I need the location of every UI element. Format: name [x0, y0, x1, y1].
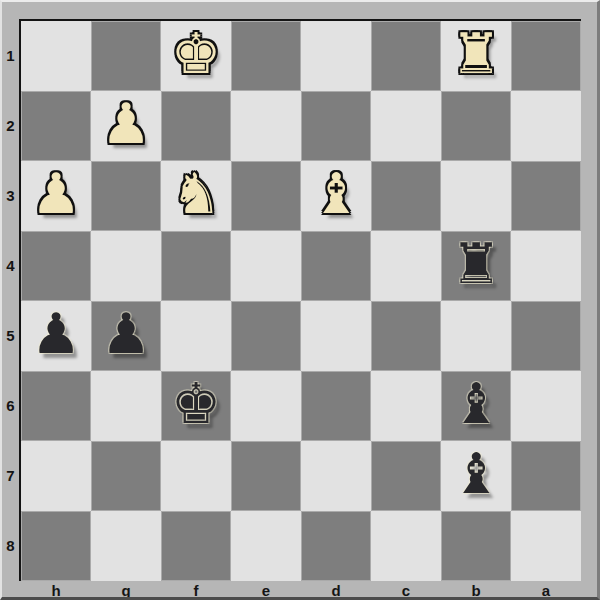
chess-board: ♚♜♟♟♞♝♜♟♟♚♝♝: [19, 19, 581, 581]
square-g2[interactable]: ♟: [91, 91, 161, 161]
square-f8[interactable]: [161, 511, 231, 581]
square-d6[interactable]: [301, 371, 371, 441]
rank-label-7: 7: [2, 441, 19, 511]
square-e7[interactable]: [231, 441, 301, 511]
square-e6[interactable]: [231, 371, 301, 441]
square-c3[interactable]: [371, 161, 441, 231]
square-h7[interactable]: [21, 441, 91, 511]
piece-black-king[interactable]: ♚: [171, 376, 221, 432]
square-f2[interactable]: [161, 91, 231, 161]
square-a6[interactable]: [511, 371, 581, 441]
piece-white-bishop[interactable]: ♝: [311, 166, 361, 222]
rank-label-3: 3: [2, 161, 19, 231]
square-f5[interactable]: [161, 301, 231, 371]
square-d8[interactable]: [301, 511, 371, 581]
square-e3[interactable]: [231, 161, 301, 231]
square-f3[interactable]: ♞: [161, 161, 231, 231]
rank-label-8: 8: [2, 511, 19, 581]
piece-white-king[interactable]: ♚: [171, 26, 221, 82]
piece-white-pawn[interactable]: ♟: [31, 166, 81, 222]
square-g1[interactable]: [91, 21, 161, 91]
file-label-h: h: [21, 582, 91, 600]
square-b3[interactable]: [441, 161, 511, 231]
piece-black-pawn[interactable]: ♟: [31, 306, 81, 362]
square-f1[interactable]: ♚: [161, 21, 231, 91]
rank-label-4: 4: [2, 231, 19, 301]
square-a5[interactable]: [511, 301, 581, 371]
square-d3[interactable]: ♝: [301, 161, 371, 231]
square-a1[interactable]: [511, 21, 581, 91]
square-d5[interactable]: [301, 301, 371, 371]
file-label-d: d: [301, 582, 371, 600]
square-b1[interactable]: ♜: [441, 21, 511, 91]
square-h8[interactable]: [21, 511, 91, 581]
piece-black-bishop[interactable]: ♝: [451, 446, 501, 502]
file-label-a: a: [511, 582, 581, 600]
square-b2[interactable]: [441, 91, 511, 161]
piece-black-pawn[interactable]: ♟: [101, 306, 151, 362]
square-a4[interactable]: [511, 231, 581, 301]
square-a7[interactable]: [511, 441, 581, 511]
square-c2[interactable]: [371, 91, 441, 161]
square-h5[interactable]: ♟: [21, 301, 91, 371]
square-d4[interactable]: [301, 231, 371, 301]
square-g8[interactable]: [91, 511, 161, 581]
rank-label-2: 2: [2, 91, 19, 161]
square-e8[interactable]: [231, 511, 301, 581]
piece-black-rook[interactable]: ♜: [451, 236, 501, 292]
square-a2[interactable]: [511, 91, 581, 161]
square-g7[interactable]: [91, 441, 161, 511]
piece-black-bishop[interactable]: ♝: [451, 376, 501, 432]
square-h3[interactable]: ♟: [21, 161, 91, 231]
board-frame: ♚♜♟♟♞♝♜♟♟♚♝♝ 12345678hgfedcba: [0, 0, 600, 600]
square-b6[interactable]: ♝: [441, 371, 511, 441]
square-g5[interactable]: ♟: [91, 301, 161, 371]
file-label-f: f: [161, 582, 231, 600]
rank-label-1: 1: [2, 21, 19, 91]
square-h6[interactable]: [21, 371, 91, 441]
square-h1[interactable]: [21, 21, 91, 91]
square-c7[interactable]: [371, 441, 441, 511]
square-f4[interactable]: [161, 231, 231, 301]
square-c4[interactable]: [371, 231, 441, 301]
square-f7[interactable]: [161, 441, 231, 511]
square-f6[interactable]: ♚: [161, 371, 231, 441]
square-a3[interactable]: [511, 161, 581, 231]
square-b8[interactable]: [441, 511, 511, 581]
square-c1[interactable]: [371, 21, 441, 91]
square-e4[interactable]: [231, 231, 301, 301]
file-label-g: g: [91, 582, 161, 600]
square-b5[interactable]: [441, 301, 511, 371]
square-h4[interactable]: [21, 231, 91, 301]
square-d7[interactable]: [301, 441, 371, 511]
square-d2[interactable]: [301, 91, 371, 161]
piece-white-knight[interactable]: ♞: [171, 166, 221, 222]
square-e5[interactable]: [231, 301, 301, 371]
piece-white-pawn[interactable]: ♟: [101, 96, 151, 152]
square-h2[interactable]: [21, 91, 91, 161]
square-c5[interactable]: [371, 301, 441, 371]
square-g6[interactable]: [91, 371, 161, 441]
square-c8[interactable]: [371, 511, 441, 581]
file-label-b: b: [441, 582, 511, 600]
square-b7[interactable]: ♝: [441, 441, 511, 511]
square-b4[interactable]: ♜: [441, 231, 511, 301]
piece-white-rook[interactable]: ♜: [451, 26, 501, 82]
square-e1[interactable]: [231, 21, 301, 91]
file-label-c: c: [371, 582, 441, 600]
square-d1[interactable]: [301, 21, 371, 91]
rank-label-5: 5: [2, 301, 19, 371]
square-a8[interactable]: [511, 511, 581, 581]
square-g3[interactable]: [91, 161, 161, 231]
square-e2[interactable]: [231, 91, 301, 161]
rank-label-6: 6: [2, 371, 19, 441]
square-g4[interactable]: [91, 231, 161, 301]
square-c6[interactable]: [371, 371, 441, 441]
file-label-e: e: [231, 582, 301, 600]
